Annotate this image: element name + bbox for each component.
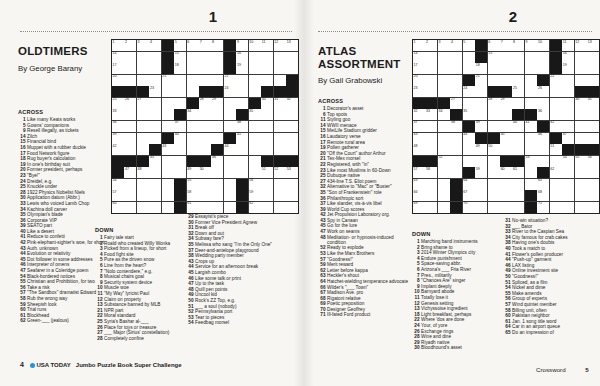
grid-cell[interactable]: 18 xyxy=(174,63,186,74)
grid-cell[interactable]: 60 xyxy=(500,167,512,178)
grid-cell[interactable]: 47 xyxy=(124,167,136,178)
grid-cell[interactable] xyxy=(249,121,261,132)
grid-cell[interactable] xyxy=(575,190,587,201)
grid-cell[interactable] xyxy=(162,167,174,178)
grid-cell[interactable] xyxy=(274,190,286,201)
grid-cell[interactable] xyxy=(450,144,462,155)
grid-cell[interactable] xyxy=(562,190,574,201)
grid-cell[interactable] xyxy=(199,63,211,74)
grid-cell[interactable] xyxy=(425,133,437,144)
grid-cell[interactable] xyxy=(575,179,587,190)
grid-cell[interactable] xyxy=(587,121,599,132)
grid-cell[interactable] xyxy=(500,63,512,74)
grid-cell[interactable] xyxy=(137,75,149,86)
grid-cell[interactable] xyxy=(199,179,211,190)
grid-cell[interactable] xyxy=(286,133,298,144)
grid-cell[interactable] xyxy=(274,179,286,190)
grid-cell[interactable]: 25 xyxy=(112,98,124,109)
grid-cell[interactable]: 23 xyxy=(413,86,425,97)
grid-cell[interactable]: 36 xyxy=(112,121,124,132)
grid-cell[interactable] xyxy=(261,190,273,201)
grid-cell[interactable] xyxy=(425,202,437,213)
grid-cell[interactable]: 43 xyxy=(413,133,425,144)
grid-cell[interactable]: 7 xyxy=(500,40,512,51)
grid-cell[interactable] xyxy=(512,202,524,213)
grid-cell[interactable]: 61 xyxy=(512,167,524,178)
grid-cell[interactable] xyxy=(512,52,524,63)
grid-cell[interactable] xyxy=(512,75,524,86)
grid-cell[interactable] xyxy=(286,63,298,74)
grid-cell[interactable] xyxy=(438,167,450,178)
grid-cell[interactable] xyxy=(224,109,236,120)
grid-cell[interactable]: 48 xyxy=(413,144,425,155)
grid-cell[interactable] xyxy=(587,179,599,190)
grid-cell[interactable] xyxy=(425,179,437,190)
grid-cell[interactable] xyxy=(187,63,199,74)
grid-cell[interactable] xyxy=(500,202,512,213)
grid-cell[interactable] xyxy=(124,121,136,132)
grid-cell[interactable] xyxy=(463,98,475,109)
grid-cell[interactable] xyxy=(236,98,248,109)
grid-cell[interactable]: 56 xyxy=(587,156,599,167)
grid-cell[interactable] xyxy=(174,156,186,167)
grid-cell[interactable] xyxy=(236,75,248,86)
grid-cell[interactable] xyxy=(512,144,524,155)
grid-cell[interactable]: 21 xyxy=(475,75,487,86)
grid-cell[interactable] xyxy=(525,167,537,178)
grid-cell[interactable]: 54 xyxy=(112,179,124,190)
grid-cell[interactable] xyxy=(274,144,286,155)
grid-cell[interactable]: 55 xyxy=(575,156,587,167)
grid-cell[interactable] xyxy=(199,109,211,120)
grid-cell[interactable]: 44 xyxy=(463,133,475,144)
grid-cell[interactable]: 6 xyxy=(187,40,199,51)
grid-cell[interactable] xyxy=(463,156,475,167)
grid-cell[interactable] xyxy=(261,52,273,63)
grid-cell[interactable] xyxy=(438,86,450,97)
grid-cell[interactable]: 56 xyxy=(249,179,261,190)
grid-cell[interactable] xyxy=(162,190,174,201)
grid-cell[interactable] xyxy=(575,63,587,74)
grid-cell[interactable]: 45 xyxy=(149,156,161,167)
grid-cell[interactable]: 20 xyxy=(112,75,124,86)
grid-cell[interactable] xyxy=(525,98,537,109)
grid-cell[interactable] xyxy=(224,190,236,201)
grid-cell[interactable] xyxy=(149,179,161,190)
grid-cell[interactable] xyxy=(149,167,161,178)
grid-cell[interactable] xyxy=(450,63,462,74)
grid-cell[interactable] xyxy=(211,109,223,120)
grid-cell[interactable] xyxy=(187,52,199,63)
grid-cell[interactable] xyxy=(438,75,450,86)
grid-cell[interactable]: 32 xyxy=(413,109,425,120)
grid-cell[interactable]: 31 xyxy=(587,98,599,109)
grid-cell[interactable] xyxy=(475,202,487,213)
grid-cell[interactable] xyxy=(575,52,587,63)
grid-cell[interactable]: 30 xyxy=(575,98,587,109)
grid-cell[interactable]: 25 xyxy=(512,86,524,97)
grid-cell[interactable]: 9 xyxy=(525,40,537,51)
grid-cell[interactable]: 15 xyxy=(174,52,186,63)
grid-cell[interactable]: 26 xyxy=(124,98,136,109)
grid-cell[interactable] xyxy=(286,52,298,63)
grid-cell[interactable] xyxy=(438,190,450,201)
grid-cell[interactable] xyxy=(438,179,450,190)
grid-cell[interactable] xyxy=(199,52,211,63)
grid-cell[interactable] xyxy=(587,202,599,213)
grid-cell[interactable]: 2 xyxy=(124,40,136,51)
grid-cell[interactable] xyxy=(450,86,462,97)
grid-cell[interactable]: 49 xyxy=(475,144,487,155)
grid-cell[interactable] xyxy=(587,167,599,178)
grid-cell[interactable] xyxy=(425,63,437,74)
grid-cell[interactable] xyxy=(249,144,261,155)
grid-cell[interactable]: 39 xyxy=(475,121,487,132)
grid-cell[interactable] xyxy=(425,86,437,97)
grid-cell[interactable]: 62 xyxy=(249,202,261,213)
grid-cell[interactable] xyxy=(488,109,500,120)
grid-cell[interactable] xyxy=(562,202,574,213)
grid-cell[interactable] xyxy=(500,52,512,63)
grid-cell[interactable]: 41 xyxy=(525,121,537,132)
grid-cell[interactable]: 21 xyxy=(162,75,174,86)
grid-cell[interactable] xyxy=(162,179,174,190)
grid-cell[interactable]: 22 xyxy=(224,75,236,86)
grid-cell[interactable] xyxy=(211,75,223,86)
grid-cell[interactable]: 36 xyxy=(537,109,549,120)
grid-cell[interactable] xyxy=(199,202,211,213)
grid-cell[interactable] xyxy=(550,98,562,109)
grid-cell[interactable] xyxy=(137,121,149,132)
grid-cell[interactable] xyxy=(562,179,574,190)
grid-cell[interactable] xyxy=(137,52,149,63)
grid-cell[interactable] xyxy=(211,52,223,63)
grid-cell[interactable] xyxy=(187,86,199,97)
grid-cell[interactable] xyxy=(500,75,512,86)
grid-cell[interactable]: 44 xyxy=(224,144,236,155)
grid-cell[interactable]: 53 xyxy=(286,167,298,178)
grid-cell[interactable] xyxy=(488,190,500,201)
grid-cell[interactable]: 13 xyxy=(587,40,599,51)
grid-cell[interactable] xyxy=(224,121,236,132)
grid-cell[interactable]: 57 xyxy=(413,167,425,178)
grid-cell[interactable]: 65 xyxy=(537,179,549,190)
grid-cell[interactable]: 37 xyxy=(413,121,425,132)
grid-cell[interactable] xyxy=(550,190,562,201)
grid-cell[interactable]: 61 xyxy=(187,202,199,213)
grid-cell[interactable]: 19 xyxy=(236,63,248,74)
grid-cell[interactable]: 59 xyxy=(249,190,261,201)
grid-cell[interactable] xyxy=(463,52,475,63)
grid-cell[interactable]: 64 xyxy=(463,179,475,190)
grid-cell[interactable]: 20 xyxy=(413,75,425,86)
grid-cell[interactable]: 16 xyxy=(562,52,574,63)
grid-cell[interactable]: 46 xyxy=(211,156,223,167)
grid-cell[interactable]: 67 xyxy=(463,190,475,201)
grid-cell[interactable] xyxy=(236,86,248,97)
grid-cell[interactable] xyxy=(512,190,524,201)
grid-cell[interactable]: 28 xyxy=(488,98,500,109)
grid-cell[interactable] xyxy=(525,144,537,155)
grid-cell[interactable] xyxy=(425,75,437,86)
grid-cell[interactable] xyxy=(261,144,273,155)
grid-cell[interactable] xyxy=(224,202,236,213)
grid-cell[interactable] xyxy=(587,63,599,74)
grid-cell[interactable] xyxy=(575,133,587,144)
grid-cell[interactable] xyxy=(236,144,248,155)
grid-cell[interactable]: 8 xyxy=(211,40,223,51)
grid-cell[interactable] xyxy=(199,121,211,132)
grid-cell[interactable]: 1 xyxy=(413,40,425,51)
grid-cell[interactable] xyxy=(274,121,286,132)
grid-cell[interactable]: 9 xyxy=(236,40,248,51)
grid-cell[interactable] xyxy=(211,202,223,213)
grid-cell[interactable] xyxy=(274,109,286,120)
grid-cell[interactable]: 27 xyxy=(137,98,149,109)
grid-cell[interactable] xyxy=(438,202,450,213)
grid-cell[interactable] xyxy=(537,156,549,167)
grid-cell[interactable] xyxy=(211,133,223,144)
grid-cell[interactable]: 3 xyxy=(137,40,149,51)
grid-cell[interactable]: 24 xyxy=(463,86,475,97)
grid-cell[interactable]: 12 xyxy=(575,40,587,51)
grid-cell[interactable] xyxy=(587,52,599,63)
grid-cell[interactable]: 58 xyxy=(425,167,437,178)
grid-cell[interactable] xyxy=(500,144,512,155)
grid-cell[interactable]: 49 xyxy=(187,167,199,178)
grid-cell[interactable]: 14 xyxy=(112,52,124,63)
grid-cell[interactable] xyxy=(587,133,599,144)
grid-cell[interactable] xyxy=(537,98,549,109)
grid-cell[interactable] xyxy=(274,75,286,86)
grid-cell[interactable] xyxy=(562,121,574,132)
grid-cell[interactable] xyxy=(274,133,286,144)
grid-cell[interactable]: 35 xyxy=(463,109,475,120)
grid-cell[interactable] xyxy=(137,109,149,120)
grid-cell[interactable] xyxy=(512,63,524,74)
grid-cell[interactable] xyxy=(211,63,223,74)
grid-cell[interactable] xyxy=(500,190,512,201)
grid-cell[interactable] xyxy=(137,190,149,201)
grid-cell[interactable] xyxy=(286,202,298,213)
grid-cell[interactable] xyxy=(224,167,236,178)
grid-cell[interactable] xyxy=(512,98,524,109)
grid-cell[interactable] xyxy=(174,98,186,109)
grid-cell[interactable] xyxy=(425,121,437,132)
grid-cell[interactable] xyxy=(174,75,186,86)
grid-cell[interactable] xyxy=(162,121,174,132)
grid-cell[interactable]: 22 xyxy=(550,75,562,86)
grid-cell[interactable] xyxy=(537,63,549,74)
grid-cell[interactable] xyxy=(162,202,174,213)
grid-cell[interactable]: 38 xyxy=(236,121,248,132)
grid-cell[interactable]: 5 xyxy=(463,40,475,51)
grid-cell[interactable]: 34 xyxy=(438,109,450,120)
grid-cell[interactable] xyxy=(211,167,223,178)
grid-cell[interactable] xyxy=(211,121,223,132)
grid-cell[interactable] xyxy=(124,133,136,144)
grid-cell[interactable] xyxy=(236,156,248,167)
grid-cell[interactable]: 37 xyxy=(174,121,186,132)
grid-cell[interactable] xyxy=(562,86,574,97)
grid-cell[interactable] xyxy=(261,63,273,74)
grid-cell[interactable] xyxy=(286,109,298,120)
grid-cell[interactable] xyxy=(500,179,512,190)
grid-cell[interactable] xyxy=(562,167,574,178)
grid-cell[interactable] xyxy=(249,133,261,144)
grid-cell[interactable] xyxy=(525,86,537,97)
grid-cell[interactable] xyxy=(149,190,161,201)
grid-cell[interactable]: 60 xyxy=(112,202,124,213)
grid-cell[interactable] xyxy=(249,86,261,97)
grid-cell[interactable] xyxy=(587,109,599,120)
grid-cell[interactable]: 51 xyxy=(550,144,562,155)
grid-cell[interactable] xyxy=(438,52,450,63)
grid-cell[interactable]: 4 xyxy=(450,40,462,51)
grid-cell[interactable] xyxy=(124,109,136,120)
grid-cell[interactable] xyxy=(488,202,500,213)
grid-cell[interactable] xyxy=(475,190,487,201)
grid-cell[interactable]: 57 xyxy=(112,190,124,201)
grid-cell[interactable]: 7 xyxy=(199,40,211,51)
grid-cell[interactable]: 33 xyxy=(112,109,124,120)
grid-cell[interactable] xyxy=(274,202,286,213)
grid-cell[interactable] xyxy=(488,121,500,132)
grid-cell[interactable]: 50 xyxy=(488,144,500,155)
grid-cell[interactable] xyxy=(124,144,136,155)
grid-cell[interactable] xyxy=(550,202,562,213)
grid-cell[interactable]: 71 xyxy=(537,202,549,213)
grid-cell[interactable]: 1 xyxy=(112,40,124,51)
grid-cell[interactable] xyxy=(162,98,174,109)
grid-cell[interactable] xyxy=(187,133,199,144)
grid-cell[interactable] xyxy=(587,75,599,86)
grid-cell[interactable]: 11 xyxy=(261,40,273,51)
grid-cell[interactable]: 68 xyxy=(537,190,549,201)
grid-cell[interactable] xyxy=(199,133,211,144)
grid-cell[interactable] xyxy=(488,167,500,178)
grid-cell[interactable] xyxy=(512,133,524,144)
grid-cell[interactable]: 51 xyxy=(261,167,273,178)
grid-cell[interactable] xyxy=(475,98,487,109)
grid-cell[interactable] xyxy=(249,75,261,86)
grid-cell[interactable] xyxy=(286,179,298,190)
grid-cell[interactable]: 66 xyxy=(413,190,425,201)
grid-cell[interactable] xyxy=(211,190,223,201)
grid-cell[interactable]: 8 xyxy=(512,40,524,51)
grid-cell[interactable] xyxy=(286,144,298,155)
grid-cell[interactable] xyxy=(149,109,161,120)
grid-cell[interactable] xyxy=(475,109,487,120)
grid-cell[interactable] xyxy=(537,144,549,155)
grid-cell[interactable]: 63 xyxy=(413,179,425,190)
grid-cell[interactable]: 11 xyxy=(562,40,574,51)
grid-cell[interactable] xyxy=(137,144,149,155)
grid-cell[interactable] xyxy=(450,133,462,144)
grid-cell[interactable] xyxy=(562,109,574,120)
grid-cell[interactable]: 47 xyxy=(562,133,574,144)
grid-cell[interactable] xyxy=(537,52,549,63)
grid-cell[interactable] xyxy=(174,86,186,97)
grid-cell[interactable]: 40 xyxy=(512,121,524,132)
grid-cell[interactable]: 17 xyxy=(112,63,124,74)
grid-cell[interactable] xyxy=(425,144,437,155)
grid-cell[interactable] xyxy=(274,63,286,74)
grid-cell[interactable] xyxy=(137,63,149,74)
grid-cell[interactable] xyxy=(261,179,273,190)
grid-cell[interactable] xyxy=(124,179,136,190)
grid-cell[interactable] xyxy=(124,52,136,63)
grid-cell[interactable] xyxy=(149,75,161,86)
grid-cell[interactable] xyxy=(149,52,161,63)
grid-cell[interactable]: 28 xyxy=(199,98,211,109)
grid-cell[interactable] xyxy=(124,190,136,201)
grid-cell[interactable] xyxy=(199,75,211,86)
grid-cell[interactable] xyxy=(438,63,450,74)
grid-cell[interactable] xyxy=(525,52,537,63)
grid-cell[interactable]: 26 xyxy=(537,86,549,97)
grid-cell[interactable] xyxy=(562,75,574,86)
grid-cell[interactable] xyxy=(475,156,487,167)
grid-cell[interactable] xyxy=(261,202,273,213)
grid-cell[interactable] xyxy=(425,190,437,201)
grid-cell[interactable] xyxy=(249,52,261,63)
grid-cell[interactable] xyxy=(488,63,500,74)
grid-cell[interactable]: 33 xyxy=(425,109,437,120)
grid-cell[interactable]: 31 xyxy=(274,98,286,109)
grid-cell[interactable] xyxy=(137,202,149,213)
grid-cell[interactable] xyxy=(525,133,537,144)
grid-cell[interactable]: 17 xyxy=(413,63,425,74)
grid-cell[interactable] xyxy=(224,98,236,109)
grid-cell[interactable]: 15 xyxy=(488,52,500,63)
grid-cell[interactable] xyxy=(249,156,261,167)
grid-cell[interactable]: 59 xyxy=(475,167,487,178)
grid-cell[interactable]: 29 xyxy=(211,98,223,109)
grid-cell[interactable] xyxy=(149,202,161,213)
grid-cell[interactable]: 46 xyxy=(537,133,549,144)
grid-cell[interactable]: 42 xyxy=(112,144,124,155)
grid-cell[interactable]: 19 xyxy=(562,63,574,74)
grid-cell[interactable] xyxy=(261,75,273,86)
grid-cell[interactable]: 70 xyxy=(463,202,475,213)
grid-cell[interactable]: 4 xyxy=(149,40,161,51)
grid-cell[interactable] xyxy=(488,75,500,86)
grid-cell[interactable]: 3 xyxy=(438,40,450,51)
grid-cell[interactable] xyxy=(512,179,524,190)
grid-cell[interactable]: 39 xyxy=(112,133,124,144)
grid-cell[interactable] xyxy=(274,52,286,63)
grid-cell[interactable] xyxy=(550,156,562,167)
grid-cell[interactable] xyxy=(550,109,562,120)
grid-cell[interactable] xyxy=(475,86,487,97)
grid-cell[interactable]: 55 xyxy=(187,179,199,190)
grid-cell[interactable] xyxy=(562,98,574,109)
grid-cell[interactable] xyxy=(124,63,136,74)
grid-cell[interactable]: 23 xyxy=(149,86,161,97)
grid-cell[interactable] xyxy=(124,75,136,86)
grid-cell[interactable] xyxy=(261,121,273,132)
grid-cell[interactable] xyxy=(224,179,236,190)
grid-cell[interactable]: 13 xyxy=(286,40,298,51)
grid-cell[interactable] xyxy=(450,52,462,63)
grid-cell[interactable] xyxy=(149,121,161,132)
grid-cell[interactable]: 5 xyxy=(174,40,186,51)
grid-cell[interactable] xyxy=(162,109,174,120)
grid-cell[interactable] xyxy=(162,86,174,97)
grid-cell[interactable] xyxy=(463,144,475,155)
grid-cell[interactable]: 69 xyxy=(413,202,425,213)
